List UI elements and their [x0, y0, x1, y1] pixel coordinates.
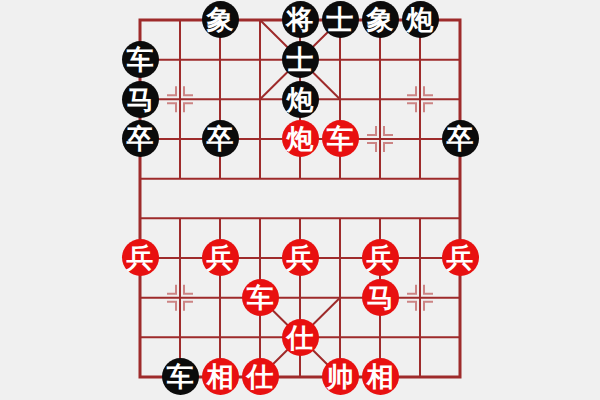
board-point-4-1[interactable]	[160, 159, 200, 199]
board-point-4-2[interactable]	[200, 159, 240, 199]
board-point-9-1[interactable]: 车	[160, 357, 200, 397]
board-point-4-7[interactable]	[400, 159, 440, 199]
board-point-1-2[interactable]	[200, 40, 240, 80]
board-point-2-3[interactable]	[240, 79, 280, 119]
board-point-0-8[interactable]	[440, 0, 480, 40]
board-point-3-4[interactable]: 炮	[280, 119, 320, 159]
piece-red-chariot[interactable]: 车	[322, 120, 359, 157]
board-point-4-0[interactable]	[120, 159, 160, 199]
board-point-7-0[interactable]	[120, 278, 160, 318]
board-point-7-4[interactable]	[280, 278, 320, 318]
piece-red-general[interactable]: 帅	[322, 358, 359, 395]
board-point-1-7[interactable]	[400, 40, 440, 80]
piece-red-horse[interactable]: 马	[362, 279, 399, 316]
board-point-3-1[interactable]	[160, 119, 200, 159]
board-point-9-6[interactable]: 相	[360, 357, 400, 397]
piece-black-soldier[interactable]: 卒	[442, 120, 479, 157]
piece-black-chariot[interactable]: 车	[122, 41, 159, 78]
piece-black-advisor[interactable]: 士	[282, 41, 319, 78]
board-point-8-4[interactable]: 仕	[280, 317, 320, 357]
board-point-1-8[interactable]	[440, 40, 480, 80]
piece-black-advisor[interactable]: 士	[322, 1, 359, 38]
board-point-3-3[interactable]	[240, 119, 280, 159]
board-point-3-7[interactable]	[400, 119, 440, 159]
board-point-9-0[interactable]	[120, 357, 160, 397]
board-point-2-7[interactable]	[400, 79, 440, 119]
board-point-8-1[interactable]	[160, 317, 200, 357]
piece-red-elephant[interactable]: 相	[202, 358, 239, 395]
board-point-9-3[interactable]: 仕	[240, 357, 280, 397]
piece-red-cannon[interactable]: 炮	[282, 120, 319, 157]
board-point-6-0[interactable]: 兵	[120, 238, 160, 278]
piece-black-chariot[interactable]: 车	[162, 358, 199, 395]
board-point-2-6[interactable]	[360, 79, 400, 119]
board-point-5-4[interactable]	[280, 198, 320, 238]
piece-black-soldier[interactable]: 卒	[202, 120, 239, 157]
xiangqi-board: 象将士象炮车士马炮卒卒炮车卒兵兵兵兵兵车马仕车相仕帅相	[120, 0, 480, 397]
piece-black-cannon[interactable]: 炮	[402, 1, 439, 38]
board-point-8-5[interactable]	[320, 317, 360, 357]
board-point-1-4[interactable]: 士	[280, 40, 320, 80]
board-point-7-3[interactable]: 车	[240, 278, 280, 318]
board-point-3-8[interactable]: 卒	[440, 119, 480, 159]
board-point-5-8[interactable]	[440, 198, 480, 238]
piece-black-cannon[interactable]: 炮	[282, 81, 319, 118]
board-point-6-2[interactable]: 兵	[200, 238, 240, 278]
board-point-7-8[interactable]	[440, 278, 480, 318]
board-point-0-2[interactable]: 象	[200, 0, 240, 40]
board-point-4-3[interactable]	[240, 159, 280, 199]
board-point-6-5[interactable]	[320, 238, 360, 278]
board-point-4-5[interactable]	[320, 159, 360, 199]
board-point-8-7[interactable]	[400, 317, 440, 357]
board-point-2-1[interactable]	[160, 79, 200, 119]
piece-black-horse[interactable]: 马	[122, 81, 159, 118]
board-point-1-1[interactable]	[160, 40, 200, 80]
board-point-4-6[interactable]	[360, 159, 400, 199]
board-point-7-1[interactable]	[160, 278, 200, 318]
piece-red-advisor[interactable]: 仕	[242, 358, 279, 395]
board-point-6-4[interactable]: 兵	[280, 238, 320, 278]
board-point-6-7[interactable]	[400, 238, 440, 278]
board-point-0-5[interactable]: 士	[320, 0, 360, 40]
board-point-6-3[interactable]	[240, 238, 280, 278]
board-point-9-8[interactable]	[440, 357, 480, 397]
board-point-7-7[interactable]	[400, 278, 440, 318]
board-point-5-3[interactable]	[240, 198, 280, 238]
piece-black-elephant[interactable]: 象	[362, 1, 399, 38]
board-point-7-5[interactable]	[320, 278, 360, 318]
board-point-3-2[interactable]: 卒	[200, 119, 240, 159]
board-point-9-5[interactable]: 帅	[320, 357, 360, 397]
piece-red-chariot[interactable]: 车	[242, 279, 279, 316]
board-point-8-3[interactable]	[240, 317, 280, 357]
board-point-6-6[interactable]: 兵	[360, 238, 400, 278]
board-point-5-6[interactable]	[360, 198, 400, 238]
board-point-0-3[interactable]	[240, 0, 280, 40]
board-point-1-6[interactable]	[360, 40, 400, 80]
board-point-0-0[interactable]	[120, 0, 160, 40]
board-point-0-4[interactable]: 将	[280, 0, 320, 40]
board-point-3-5[interactable]: 车	[320, 119, 360, 159]
board-point-5-1[interactable]	[160, 198, 200, 238]
piece-red-advisor[interactable]: 仕	[282, 319, 319, 356]
piece-red-elephant[interactable]: 相	[362, 358, 399, 395]
board-point-8-8[interactable]	[440, 317, 480, 357]
piece-red-soldier[interactable]: 兵	[202, 239, 239, 276]
board-point-8-2[interactable]	[200, 317, 240, 357]
board-point-6-1[interactable]	[160, 238, 200, 278]
piece-red-soldier[interactable]: 兵	[362, 239, 399, 276]
board-point-9-4[interactable]	[280, 357, 320, 397]
board-point-7-6[interactable]: 马	[360, 278, 400, 318]
board-point-2-2[interactable]	[200, 79, 240, 119]
board-point-5-7[interactable]	[400, 198, 440, 238]
piece-red-soldier[interactable]: 兵	[442, 239, 479, 276]
board-point-2-4[interactable]: 炮	[280, 79, 320, 119]
board-point-8-0[interactable]	[120, 317, 160, 357]
board-point-1-3[interactable]	[240, 40, 280, 80]
board-point-2-5[interactable]	[320, 79, 360, 119]
piece-black-soldier[interactable]: 卒	[122, 120, 159, 157]
piece-red-soldier[interactable]: 兵	[122, 239, 159, 276]
board-point-8-6[interactable]	[360, 317, 400, 357]
board-point-2-0[interactable]: 马	[120, 79, 160, 119]
board-point-9-2[interactable]: 相	[200, 357, 240, 397]
board-point-0-1[interactable]	[160, 0, 200, 40]
board-point-7-2[interactable]	[200, 278, 240, 318]
board-point-4-4[interactable]	[280, 159, 320, 199]
board-point-1-5[interactable]	[320, 40, 360, 80]
board-point-4-8[interactable]	[440, 159, 480, 199]
xiangqi-screenshot: 象将士象炮车士马炮卒卒炮车卒兵兵兵兵兵车马仕车相仕帅相	[0, 0, 600, 400]
piece-black-elephant[interactable]: 象	[202, 1, 239, 38]
board-point-1-0[interactable]: 车	[120, 40, 160, 80]
board-point-3-6[interactable]	[360, 119, 400, 159]
board-point-2-8[interactable]	[440, 79, 480, 119]
board-point-0-6[interactable]: 象	[360, 0, 400, 40]
board-point-0-7[interactable]: 炮	[400, 0, 440, 40]
board-point-9-7[interactable]	[400, 357, 440, 397]
board-point-3-0[interactable]: 卒	[120, 119, 160, 159]
board-point-5-5[interactable]	[320, 198, 360, 238]
board-point-5-0[interactable]	[120, 198, 160, 238]
piece-red-soldier[interactable]: 兵	[282, 239, 319, 276]
piece-black-general[interactable]: 将	[282, 1, 319, 38]
board-point-6-8[interactable]: 兵	[440, 238, 480, 278]
board-point-5-2[interactable]	[200, 198, 240, 238]
